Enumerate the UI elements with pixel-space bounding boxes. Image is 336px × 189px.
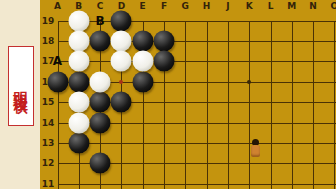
coord-row-13: 13: [42, 138, 55, 147]
stone-black-E16[interactable]: [132, 71, 153, 92]
stone-black-B13[interactable]: [68, 132, 89, 153]
stone-black-F17[interactable]: [154, 51, 175, 72]
stone-white-B18[interactable]: [68, 30, 89, 51]
mascot-body-icon: [251, 145, 260, 157]
grid-line-row-11: [58, 184, 336, 185]
go-board[interactable]: ABCDEFGHJKLMNO191817161514131211AB: [40, 0, 336, 189]
coord-row-14: 14: [42, 118, 55, 127]
coord-row-12: 12: [42, 159, 55, 168]
coord-col-A: A: [54, 2, 61, 11]
grid-line-row-17: [58, 61, 336, 62]
stone-white-B17[interactable]: [68, 51, 89, 72]
coord-col-H: H: [203, 2, 211, 11]
stone-black-B16[interactable]: [68, 71, 89, 92]
stone-black-F18[interactable]: [154, 30, 175, 51]
coord-col-L: L: [268, 2, 274, 11]
stone-black-C15[interactable]: [90, 92, 111, 113]
grid-line-row-13: [58, 143, 336, 144]
stone-black-C14[interactable]: [90, 112, 111, 133]
coord-col-N: N: [309, 2, 317, 11]
stone-black-C12[interactable]: [90, 153, 111, 174]
coord-col-G: G: [182, 2, 189, 11]
stone-black-E18[interactable]: [132, 30, 153, 51]
stone-black-D19[interactable]: [111, 10, 132, 31]
coord-col-J: J: [226, 2, 229, 11]
star-point-D16: [119, 80, 123, 84]
coord-col-C: C: [97, 2, 104, 11]
stone-white-B19[interactable]: [68, 10, 89, 31]
stone-white-E17[interactable]: [132, 51, 153, 72]
screen: 明玥读棋 ABCDEFGHJKLMNO191817161514131211AB: [0, 0, 336, 189]
coord-col-M: M: [287, 2, 296, 11]
move-label-A-A17[interactable]: A: [53, 55, 62, 67]
stone-white-D17[interactable]: [111, 51, 132, 72]
coord-row-18: 18: [42, 36, 55, 45]
coord-row-19: 19: [42, 16, 55, 25]
coord-col-F: F: [161, 2, 167, 11]
watermark-text: 明玥读棋: [9, 80, 33, 92]
stone-black-A16[interactable]: [47, 71, 68, 92]
stone-white-B15[interactable]: [68, 92, 89, 113]
mascot-figure: [250, 139, 262, 159]
star-point-K16: [247, 80, 251, 84]
stone-black-D15[interactable]: [111, 92, 132, 113]
coord-row-15: 15: [42, 98, 55, 107]
watermark-box: 明玥读棋: [8, 46, 34, 126]
stone-black-C18[interactable]: [90, 30, 111, 51]
coord-row-11: 11: [42, 179, 55, 188]
stone-white-B14[interactable]: [68, 112, 89, 133]
stone-white-D18[interactable]: [111, 30, 132, 51]
stone-white-C16[interactable]: [90, 71, 111, 92]
coord-col-E: E: [140, 2, 146, 11]
sidebar: 明玥读棋: [0, 0, 40, 189]
move-label-B-C19[interactable]: B: [96, 15, 105, 27]
coord-col-O: O: [331, 2, 336, 11]
coord-col-K: K: [246, 2, 253, 11]
